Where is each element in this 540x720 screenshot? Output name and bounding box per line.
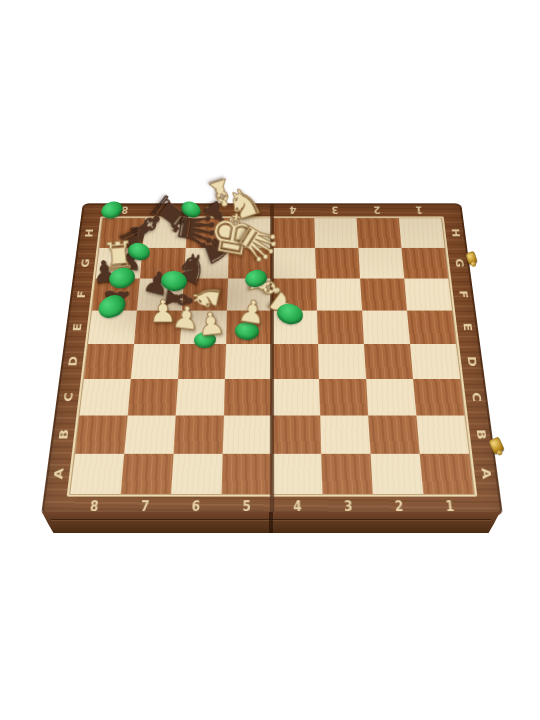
square-d4 — [272, 344, 319, 379]
square-d5 — [225, 344, 272, 379]
square-a4 — [272, 454, 322, 494]
square-b6 — [174, 416, 224, 454]
square-b7 — [124, 416, 176, 454]
square-d2 — [364, 344, 413, 379]
square-b5 — [223, 416, 272, 454]
chess-set-product-photo: 87654321 87654321 HGFEDCBA HGFEDCBA ♜♛♝♟… — [0, 0, 540, 720]
coord-label-right_edge-5: C — [451, 385, 502, 410]
board-front-edge — [42, 512, 500, 533]
square-c7 — [128, 379, 178, 416]
square-c5 — [224, 379, 272, 416]
square-a5 — [222, 454, 272, 494]
front-edge-seam — [269, 512, 273, 533]
coord-label-top_edge-5: 3 — [314, 200, 357, 220]
square-h3 — [314, 218, 358, 247]
square-d3 — [318, 344, 366, 379]
coord-label-right_edge-3: E — [443, 316, 491, 339]
square-f2 — [360, 279, 407, 311]
square-c2 — [366, 379, 416, 416]
square-c3 — [319, 379, 368, 416]
coord-label-left_edge-5: C — [42, 385, 93, 410]
square-c4 — [272, 379, 320, 416]
coord-label-top_edge-4: 4 — [272, 200, 314, 220]
coord-label-top_edge-7: 1 — [397, 200, 441, 220]
square-h2 — [357, 218, 402, 247]
coord-label-top_edge-6: 2 — [355, 200, 398, 220]
coord-label-right_edge-0: H — [433, 223, 478, 243]
square-d6 — [178, 344, 226, 379]
coord-label-right_edge-7: A — [460, 460, 513, 487]
square-c6 — [176, 379, 225, 416]
square-a7 — [121, 454, 174, 494]
square-b4 — [272, 416, 321, 454]
square-g3 — [315, 248, 360, 279]
square-a3 — [321, 454, 373, 494]
square-b3 — [320, 416, 370, 454]
coord-label-right_edge-4: D — [447, 349, 497, 373]
square-g2 — [358, 248, 404, 279]
square-a6 — [171, 454, 223, 494]
coord-label-left_edge-7: A — [31, 460, 84, 487]
square-f3 — [316, 279, 362, 311]
square-e2 — [362, 311, 410, 344]
pile-piece-light-pawn[interactable]: ♟ — [236, 295, 268, 330]
pile-piece-light-pawn[interactable]: ♟ — [196, 307, 227, 341]
square-a2 — [370, 454, 423, 494]
coord-label-left_edge-6: B — [37, 421, 89, 447]
coord-label-right_edge-2: F — [440, 283, 487, 305]
square-b2 — [368, 416, 420, 454]
